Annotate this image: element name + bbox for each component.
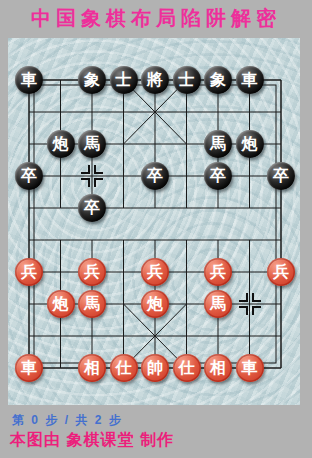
piece-red-advisor: 仕 [110,354,138,382]
piece-red-elephant: 相 [78,354,106,382]
piece-black-cannon: 炮 [236,130,264,158]
piece-black-soldier: 卒 [78,194,106,222]
piece-glyph: 炮 [53,136,69,152]
piece-red-chariot: 車 [15,354,43,382]
piece-red-chariot: 車 [236,354,264,382]
piece-glyph: 兵 [84,264,100,280]
piece-glyph: 仕 [116,360,132,376]
piece-red-soldier: 兵 [141,258,169,286]
piece-glyph: 卒 [84,200,100,216]
marker-corner [239,293,248,302]
marker-corner [81,178,90,187]
piece-black-soldier: 卒 [204,162,232,190]
xiangqi-step-viewer: 中国象棋布局陷阱解密 車象士將士象車炮馬馬炮卒卒卒卒卒兵兵兵兵兵炮馬炮馬車相仕帥… [0,0,312,458]
piece-red-soldier: 兵 [15,258,43,286]
piece-black-soldier: 卒 [141,162,169,190]
piece-glyph: 車 [242,360,258,376]
piece-red-cannon: 炮 [47,290,75,318]
marker-corner [252,293,261,302]
piece-black-soldier: 卒 [15,162,43,190]
marker-corner [239,306,248,315]
piece-black-general: 將 [141,66,169,94]
marker-corner [81,165,90,174]
piece-glyph: 將 [147,72,163,88]
marker-corner [252,306,261,315]
piece-glyph: 馬 [84,296,100,312]
piece-glyph: 炮 [242,136,258,152]
piece-black-horse: 馬 [78,130,106,158]
piece-glyph: 車 [21,72,37,88]
piece-glyph: 帥 [147,360,163,376]
piece-red-general: 帥 [141,354,169,382]
piece-glyph: 士 [179,72,195,88]
piece-black-advisor: 士 [110,66,138,94]
piece-glyph: 馬 [210,296,226,312]
piece-glyph: 卒 [210,168,226,184]
marker-corner [94,165,103,174]
step-status: 第 0 步 / 共 2 步 [12,412,123,429]
piece-black-chariot: 車 [15,66,43,94]
piece-black-elephant: 象 [78,66,106,94]
piece-black-advisor: 士 [173,66,201,94]
piece-black-horse: 馬 [204,130,232,158]
move-origin-marker [81,165,103,187]
piece-glyph: 象 [210,72,226,88]
piece-glyph: 兵 [21,264,37,280]
xiangqi-board: 車象士將士象車炮馬馬炮卒卒卒卒卒兵兵兵兵兵炮馬炮馬車相仕帥仕相車 [8,38,300,405]
piece-red-soldier: 兵 [204,258,232,286]
piece-red-horse: 馬 [78,290,106,318]
piece-red-horse: 馬 [204,290,232,318]
page-title: 中国象棋布局陷阱解密 [0,5,312,32]
piece-glyph: 相 [84,360,100,376]
piece-black-elephant: 象 [204,66,232,94]
piece-black-soldier: 卒 [267,162,295,190]
piece-red-soldier: 兵 [78,258,106,286]
piece-glyph: 馬 [84,136,100,152]
piece-glyph: 卒 [273,168,289,184]
piece-glyph: 卒 [21,168,37,184]
piece-glyph: 馬 [210,136,226,152]
piece-black-cannon: 炮 [47,130,75,158]
piece-black-chariot: 車 [236,66,264,94]
piece-glyph: 相 [210,360,226,376]
piece-glyph: 兵 [210,264,226,280]
piece-glyph: 象 [84,72,100,88]
piece-glyph: 兵 [147,264,163,280]
piece-glyph: 炮 [147,296,163,312]
piece-glyph: 士 [116,72,132,88]
marker-corner [94,178,103,187]
credit-line: 本图由 象棋课堂 制作 [10,430,174,451]
move-origin-marker [239,293,261,315]
piece-glyph: 仕 [179,360,195,376]
piece-glyph: 兵 [273,264,289,280]
piece-glyph: 車 [242,72,258,88]
piece-red-advisor: 仕 [173,354,201,382]
piece-glyph: 卒 [147,168,163,184]
piece-red-soldier: 兵 [267,258,295,286]
piece-glyph: 車 [21,360,37,376]
piece-glyph: 炮 [53,296,69,312]
piece-red-elephant: 相 [204,354,232,382]
piece-red-cannon: 炮 [141,290,169,318]
